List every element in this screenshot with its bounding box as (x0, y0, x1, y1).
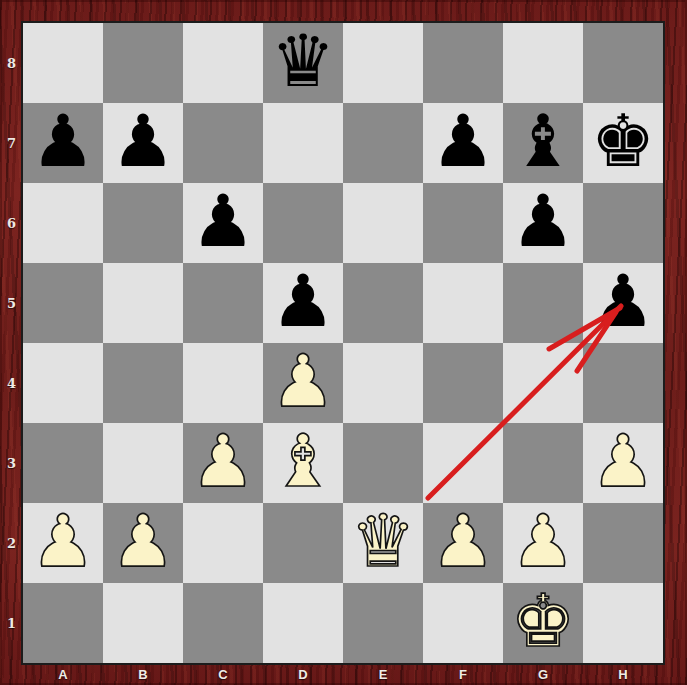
file-label-h: H (583, 663, 663, 685)
square-b5[interactable] (103, 263, 183, 343)
square-g5[interactable] (503, 263, 583, 343)
piece-white-pawn: ♟ (31, 505, 96, 577)
square-f6[interactable] (423, 183, 503, 263)
square-c3[interactable]: ♟ (183, 423, 263, 503)
square-b3[interactable] (103, 423, 183, 503)
rank-label-3: 3 (0, 423, 23, 503)
square-a1[interactable] (23, 583, 103, 663)
square-c1[interactable] (183, 583, 263, 663)
rank-label-2: 2 (0, 503, 23, 583)
piece-white-pawn: ♟ (191, 425, 256, 497)
square-f1[interactable] (423, 583, 503, 663)
square-e4[interactable] (343, 343, 423, 423)
piece-black-pawn: ♟ (191, 185, 256, 257)
square-g6[interactable]: ♟ (503, 183, 583, 263)
file-label-d: D (263, 663, 343, 685)
piece-black-pawn: ♟ (511, 185, 576, 257)
square-c6[interactable]: ♟ (183, 183, 263, 263)
square-a2[interactable]: ♟ (23, 503, 103, 583)
square-f4[interactable] (423, 343, 503, 423)
piece-black-pawn: ♟ (591, 265, 656, 337)
square-d7[interactable] (263, 103, 343, 183)
file-label-f: F (423, 663, 503, 685)
piece-black-queen: ♛ (271, 25, 336, 97)
square-d4[interactable]: ♟ (263, 343, 343, 423)
file-label-c: C (183, 663, 263, 685)
piece-white-queen: ♛ (351, 505, 416, 577)
piece-black-pawn: ♟ (271, 265, 336, 337)
chess-board: ♛♟♟♟♝♚♟♟♟♟♟♟♝♟♟♟♛♟♟♚ (23, 23, 663, 663)
chessboard-app: { "game": "chess", "position": { "fen": … (0, 0, 687, 685)
piece-white-bishop: ♝ (271, 425, 336, 497)
square-c8[interactable] (183, 23, 263, 103)
square-h6[interactable] (583, 183, 663, 263)
square-c7[interactable] (183, 103, 263, 183)
piece-white-pawn: ♟ (591, 425, 656, 497)
square-g8[interactable] (503, 23, 583, 103)
square-c4[interactable] (183, 343, 263, 423)
piece-white-pawn: ♟ (111, 505, 176, 577)
square-h1[interactable] (583, 583, 663, 663)
square-g7[interactable]: ♝ (503, 103, 583, 183)
square-g1[interactable]: ♚ (503, 583, 583, 663)
rank-label-1: 1 (0, 583, 23, 663)
square-g3[interactable] (503, 423, 583, 503)
piece-white-pawn: ♟ (431, 505, 496, 577)
square-d3[interactable]: ♝ (263, 423, 343, 503)
square-f7[interactable]: ♟ (423, 103, 503, 183)
rank-label-5: 5 (0, 263, 23, 343)
square-b8[interactable] (103, 23, 183, 103)
square-e3[interactable] (343, 423, 423, 503)
square-e1[interactable] (343, 583, 423, 663)
square-b2[interactable]: ♟ (103, 503, 183, 583)
piece-white-pawn: ♟ (511, 505, 576, 577)
piece-black-pawn: ♟ (431, 105, 496, 177)
square-d2[interactable] (263, 503, 343, 583)
square-h7[interactable]: ♚ (583, 103, 663, 183)
file-label-e: E (343, 663, 423, 685)
square-b7[interactable]: ♟ (103, 103, 183, 183)
square-h3[interactable]: ♟ (583, 423, 663, 503)
rank-label-4: 4 (0, 343, 23, 423)
square-f3[interactable] (423, 423, 503, 503)
square-a8[interactable] (23, 23, 103, 103)
piece-black-pawn: ♟ (111, 105, 176, 177)
square-g4[interactable] (503, 343, 583, 423)
square-a5[interactable] (23, 263, 103, 343)
square-h2[interactable] (583, 503, 663, 583)
square-a7[interactable]: ♟ (23, 103, 103, 183)
square-d1[interactable] (263, 583, 343, 663)
square-d8[interactable]: ♛ (263, 23, 343, 103)
piece-white-king: ♚ (511, 585, 576, 657)
file-label-a: A (23, 663, 103, 685)
square-d6[interactable] (263, 183, 343, 263)
square-c5[interactable] (183, 263, 263, 343)
piece-white-pawn: ♟ (271, 345, 336, 417)
piece-black-bishop: ♝ (511, 105, 576, 177)
square-h4[interactable] (583, 343, 663, 423)
square-a4[interactable] (23, 343, 103, 423)
square-c2[interactable] (183, 503, 263, 583)
file-label-g: G (503, 663, 583, 685)
square-f8[interactable] (423, 23, 503, 103)
square-e5[interactable] (343, 263, 423, 343)
square-g2[interactable]: ♟ (503, 503, 583, 583)
square-b4[interactable] (103, 343, 183, 423)
file-label-b: B (103, 663, 183, 685)
square-e6[interactable] (343, 183, 423, 263)
square-a6[interactable] (23, 183, 103, 263)
rank-label-8: 8 (0, 23, 23, 103)
square-d5[interactable]: ♟ (263, 263, 343, 343)
square-b1[interactable] (103, 583, 183, 663)
square-a3[interactable] (23, 423, 103, 503)
square-b6[interactable] (103, 183, 183, 263)
square-f5[interactable] (423, 263, 503, 343)
square-h5[interactable]: ♟ (583, 263, 663, 343)
piece-black-king: ♚ (591, 105, 656, 177)
square-e2[interactable]: ♛ (343, 503, 423, 583)
square-e8[interactable] (343, 23, 423, 103)
square-e7[interactable] (343, 103, 423, 183)
square-h8[interactable] (583, 23, 663, 103)
rank-label-7: 7 (0, 103, 23, 183)
piece-black-pawn: ♟ (31, 105, 96, 177)
square-f2[interactable]: ♟ (423, 503, 503, 583)
rank-label-6: 6 (0, 183, 23, 263)
